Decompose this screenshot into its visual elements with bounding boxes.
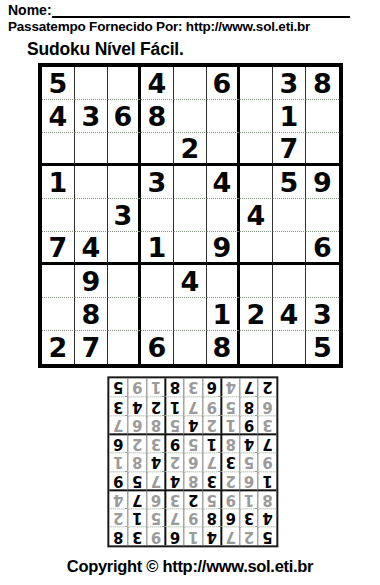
puzzle-cell-r1c4: 4	[141, 67, 174, 100]
puzzle-cell-r3c6[interactable]	[207, 133, 240, 166]
solution-cell-r5c1: 9	[258, 452, 277, 471]
puzzle-cell-r4c9: 9	[306, 166, 339, 199]
solution-cell-r4c8: 5	[128, 471, 147, 490]
solution-cell-r3c8: 7	[128, 490, 147, 509]
puzzle-cell-r7c8[interactable]	[273, 265, 306, 298]
solution-cell-r6c3: 8	[221, 434, 240, 453]
puzzle-cell-r9c6: 8	[207, 331, 240, 364]
puzzle-cell-r5c2[interactable]	[75, 199, 108, 232]
puzzle-cell-r1c7[interactable]	[240, 67, 273, 100]
puzzle-cell-r9c5[interactable]	[174, 331, 207, 364]
solution-cell-r8c5: 7	[183, 397, 202, 416]
solution-cell-r6c8: 2	[128, 434, 147, 453]
solution-cell-r3c3: 9	[221, 490, 240, 509]
solution-cell-r6c7: 3	[146, 434, 165, 453]
solution-cell-r6c2: 4	[239, 434, 258, 453]
solution-cell-r2c4: 8	[202, 508, 221, 527]
puzzle-cell-r4c3[interactable]	[108, 166, 141, 199]
solution-cell-r2c7: 5	[146, 508, 165, 527]
solution-cell-r4c4: 3	[202, 471, 221, 490]
sudoku-puzzle-grid: 546384368127134593474196948124327685	[38, 63, 343, 368]
solution-cell-r5c7: 4	[146, 452, 165, 471]
puzzle-cell-r8c2: 8	[75, 298, 108, 331]
sudoku-worksheet-page: Nome: Passatempo Fornecido Por: http://w…	[0, 0, 380, 585]
puzzle-cell-r6c6: 9	[207, 232, 240, 265]
puzzle-cell-r3c4[interactable]	[141, 133, 174, 166]
puzzle-cell-r1c5[interactable]	[174, 67, 207, 100]
puzzle-cell-r7c6[interactable]	[207, 265, 240, 298]
solution-cell-r9c9: 5	[109, 378, 128, 397]
solution-cell-r3c4: 5	[202, 490, 221, 509]
solution-cell-r9c3: 4	[221, 378, 240, 397]
puzzle-cell-r4c8: 5	[273, 166, 306, 199]
solution-cell-r3c2: 1	[239, 490, 258, 509]
puzzle-cell-r5c3: 3	[108, 199, 141, 232]
puzzle-cell-r8c5[interactable]	[174, 298, 207, 331]
puzzle-cell-r9c1: 2	[42, 331, 75, 364]
solution-cell-r1c5: 1	[183, 527, 202, 546]
solution-cell-r8c4: 9	[202, 397, 221, 416]
puzzle-cell-r2c3: 6	[108, 100, 141, 133]
solution-cell-r6c9: 6	[109, 434, 128, 453]
puzzle-cell-r1c9: 8	[306, 67, 339, 100]
puzzle-cell-r7c1[interactable]	[42, 265, 75, 298]
copyright-line: Copyright © http://www.sol.eti.br	[0, 557, 380, 576]
puzzle-cell-r6c7[interactable]	[240, 232, 273, 265]
puzzle-cell-r2c2: 3	[75, 100, 108, 133]
puzzle-cell-r7c2: 9	[75, 265, 108, 298]
puzzle-cell-r6c2: 4	[75, 232, 108, 265]
solution-cell-r2c1: 4	[258, 508, 277, 527]
solution-cell-r9c7: 1	[146, 378, 165, 397]
solution-cell-r1c9: 8	[109, 527, 128, 546]
puzzle-cell-r5c7: 4	[240, 199, 273, 232]
puzzle-cell-r6c4: 1	[141, 232, 174, 265]
puzzle-cell-r7c3[interactable]	[108, 265, 141, 298]
puzzle-cell-r5c9[interactable]	[306, 199, 339, 232]
name-fill-in-line[interactable]	[52, 2, 350, 18]
solution-cell-r4c6: 4	[165, 471, 184, 490]
name-label: Nome:	[8, 3, 52, 18]
puzzle-cell-r4c5[interactable]	[174, 166, 207, 199]
provider-line: Passatempo Fornecido Por: http://www.sol…	[8, 19, 310, 34]
puzzle-cell-r6c8[interactable]	[273, 232, 306, 265]
solution-cell-r7c2: 9	[239, 415, 258, 434]
page-title: Sudoku Nível Fácil.	[27, 39, 184, 60]
solution-cell-r2c5: 9	[183, 508, 202, 527]
solution-cell-r1c4: 4	[202, 527, 221, 546]
solution-cell-r4c9: 9	[109, 471, 128, 490]
puzzle-cell-r3c8: 7	[273, 133, 306, 166]
puzzle-cell-r6c1: 7	[42, 232, 75, 265]
solution-cell-r2c9: 2	[109, 508, 128, 527]
puzzle-cell-r9c9: 5	[306, 331, 339, 364]
solution-cell-r4c1: 1	[258, 471, 277, 490]
solution-cell-r4c7: 7	[146, 471, 165, 490]
puzzle-cell-r3c3[interactable]	[108, 133, 141, 166]
puzzle-cell-r9c2: 7	[75, 331, 108, 364]
solution-cell-r9c8: 9	[128, 378, 147, 397]
solution-cell-r4c5: 8	[183, 471, 202, 490]
solution-cell-r8c8: 4	[128, 397, 147, 416]
solution-cell-r1c6: 6	[165, 527, 184, 546]
puzzle-cell-r1c3[interactable]	[108, 67, 141, 100]
solution-cell-r7c6: 5	[165, 415, 184, 434]
solution-cell-r9c5: 3	[183, 378, 202, 397]
solution-cell-r8c2: 8	[239, 397, 258, 416]
puzzle-cell-r7c4[interactable]	[141, 265, 174, 298]
solution-cell-r6c5: 5	[183, 434, 202, 453]
solution-cell-r8c7: 2	[146, 397, 165, 416]
solution-cell-r1c1: 5	[258, 527, 277, 546]
solution-cell-r5c6: 2	[165, 452, 184, 471]
solution-cell-r2c8: 1	[128, 508, 147, 527]
puzzle-cell-r3c1[interactable]	[42, 133, 75, 166]
puzzle-cell-r8c7: 2	[240, 298, 273, 331]
puzzle-cell-r8c1[interactable]	[42, 298, 75, 331]
solution-cell-r6c4: 1	[202, 434, 221, 453]
name-row: Nome:	[8, 2, 350, 18]
puzzle-cell-r3c7[interactable]	[240, 133, 273, 166]
solution-cell-r8c9: 3	[109, 397, 128, 416]
solution-cell-r8c3: 5	[221, 397, 240, 416]
solution-cell-r7c3: 1	[221, 415, 240, 434]
solution-cell-r7c8: 6	[128, 415, 147, 434]
solution-cell-r5c3: 3	[221, 452, 240, 471]
puzzle-cell-r2c1: 4	[42, 100, 75, 133]
solution-cell-r6c1: 7	[258, 434, 277, 453]
puzzle-cell-r2c8: 1	[273, 100, 306, 133]
puzzle-cell-r8c3[interactable]	[108, 298, 141, 331]
solution-cell-r5c5: 6	[183, 452, 202, 471]
puzzle-cell-r9c3[interactable]	[108, 331, 141, 364]
puzzle-cell-r1c1: 5	[42, 67, 75, 100]
solution-cell-r9c2: 7	[239, 378, 258, 397]
solution-cell-r3c9: 4	[109, 490, 128, 509]
puzzle-cell-r2c5[interactable]	[174, 100, 207, 133]
puzzle-cell-r2c6[interactable]	[207, 100, 240, 133]
puzzle-cell-r8c4[interactable]	[141, 298, 174, 331]
sudoku-solution-grid-upside-down: 5274169384368975128195236741623847599537…	[107, 376, 278, 547]
puzzle-cell-r5c4[interactable]	[141, 199, 174, 232]
puzzle-cell-r2c9[interactable]	[306, 100, 339, 133]
puzzle-cell-r5c1[interactable]	[42, 199, 75, 232]
solution-cell-r6c6: 9	[165, 434, 184, 453]
puzzle-cell-r3c9[interactable]	[306, 133, 339, 166]
puzzle-cell-r8c6: 1	[207, 298, 240, 331]
puzzle-cell-r5c8[interactable]	[273, 199, 306, 232]
solution-cell-r4c3: 2	[221, 471, 240, 490]
puzzle-cell-r2c7[interactable]	[240, 100, 273, 133]
solution-cell-r1c3: 7	[221, 527, 240, 546]
puzzle-cell-r4c2[interactable]	[75, 166, 108, 199]
puzzle-cell-r9c8[interactable]	[273, 331, 306, 364]
puzzle-cell-r1c6: 6	[207, 67, 240, 100]
solution-cell-r9c6: 8	[165, 378, 184, 397]
puzzle-cell-r4c4: 3	[141, 166, 174, 199]
solution-cell-r3c6: 3	[165, 490, 184, 509]
puzzle-cell-r4c6: 4	[207, 166, 240, 199]
solution-cell-r5c4: 7	[202, 452, 221, 471]
puzzle-cell-r5c6[interactable]	[207, 199, 240, 232]
puzzle-cell-r6c5[interactable]	[174, 232, 207, 265]
solution-cell-r5c2: 5	[239, 452, 258, 471]
solution-cell-r3c5: 2	[183, 490, 202, 509]
solution-cell-r5c9: 1	[109, 452, 128, 471]
solution-cell-r7c5: 4	[183, 415, 202, 434]
solution-cell-r3c1: 8	[258, 490, 277, 509]
solution-cell-r8c6: 1	[165, 397, 184, 416]
puzzle-cell-r3c5: 2	[174, 133, 207, 166]
puzzle-cell-r3c2[interactable]	[75, 133, 108, 166]
solution-cell-r1c7: 9	[146, 527, 165, 546]
solution-cell-r5c8: 8	[128, 452, 147, 471]
solution-cell-r3c7: 6	[146, 490, 165, 509]
puzzle-cell-r1c8: 3	[273, 67, 306, 100]
puzzle-cell-r5c5[interactable]	[174, 199, 207, 232]
puzzle-cell-r4c7[interactable]	[240, 166, 273, 199]
solution-cell-r7c9: 7	[109, 415, 128, 434]
puzzle-cell-r7c9[interactable]	[306, 265, 339, 298]
solution-cell-r1c2: 2	[239, 527, 258, 546]
solution-cell-r9c1: 2	[258, 378, 277, 397]
puzzle-cell-r1c2[interactable]	[75, 67, 108, 100]
puzzle-cell-r4c1: 1	[42, 166, 75, 199]
solution-cell-r2c6: 7	[165, 508, 184, 527]
solution-cell-r4c2: 6	[239, 471, 258, 490]
puzzle-cell-r9c7[interactable]	[240, 331, 273, 364]
solution-cell-r1c8: 3	[128, 527, 147, 546]
puzzle-cell-r6c9: 6	[306, 232, 339, 265]
solution-cell-r9c4: 6	[202, 378, 221, 397]
solution-cell-r8c1: 6	[258, 397, 277, 416]
solution-cell-r2c2: 3	[239, 508, 258, 527]
puzzle-cell-r6c3[interactable]	[108, 232, 141, 265]
puzzle-cell-r8c8: 4	[273, 298, 306, 331]
puzzle-cell-r7c5: 4	[174, 265, 207, 298]
puzzle-cell-r8c9: 3	[306, 298, 339, 331]
puzzle-cell-r2c4: 8	[141, 100, 174, 133]
puzzle-cell-r9c4: 6	[141, 331, 174, 364]
puzzle-cell-r7c7[interactable]	[240, 265, 273, 298]
solution-cell-r7c1: 3	[258, 415, 277, 434]
solution-cell-r2c3: 6	[221, 508, 240, 527]
solution-cell-r7c7: 8	[146, 415, 165, 434]
solution-cell-r7c4: 2	[202, 415, 221, 434]
